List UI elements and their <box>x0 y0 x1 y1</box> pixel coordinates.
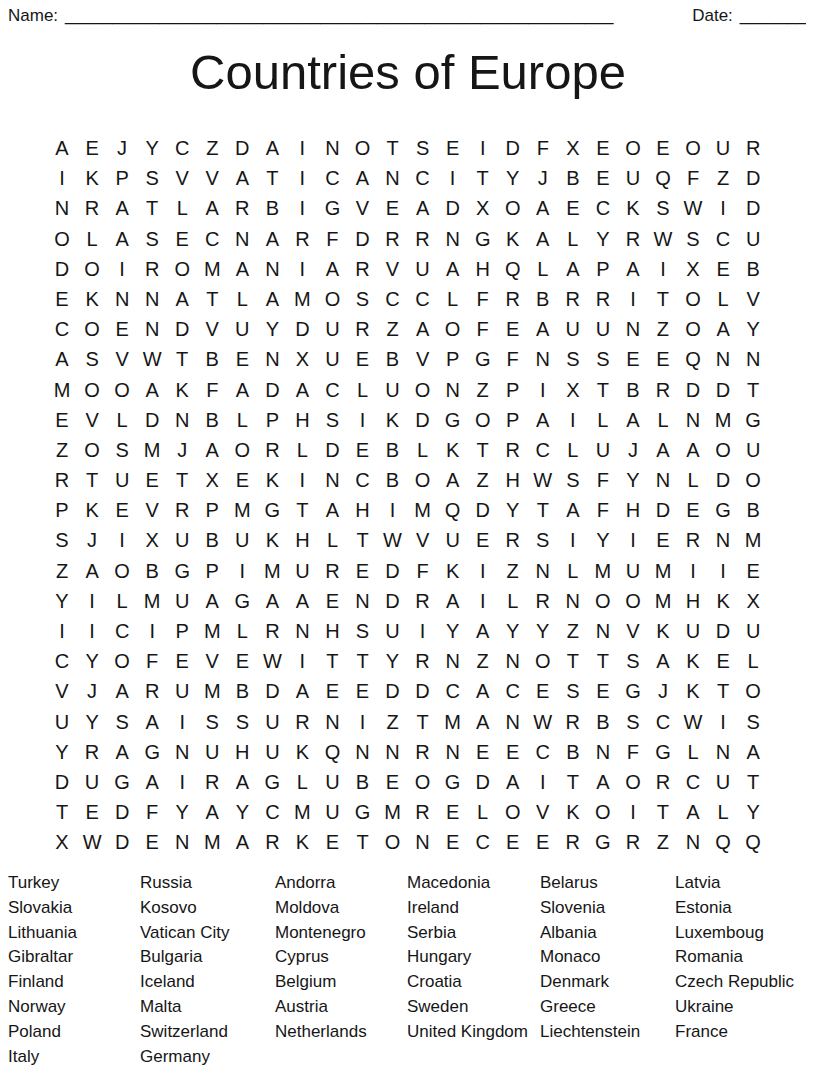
grid-cell-r3c6[interactable]: A <box>197 193 227 223</box>
grid-cell-r23c6[interactable]: A <box>197 797 227 827</box>
grid-cell-r14c15[interactable]: E <box>468 525 498 555</box>
grid-cell-r10c1[interactable]: E <box>47 405 77 435</box>
grid-cell-r17c22[interactable]: U <box>678 616 708 646</box>
grid-cell-r4c3[interactable]: A <box>107 224 137 254</box>
grid-cell-r8c11[interactable]: E <box>347 344 377 374</box>
grid-cell-r15c22[interactable]: I <box>678 556 708 586</box>
grid-cell-r24c6[interactable]: M <box>197 827 227 857</box>
grid-cell-r17c24[interactable]: U <box>738 616 768 646</box>
grid-cell-r7c7[interactable]: U <box>227 314 257 344</box>
grid-cell-r2c12[interactable]: N <box>378 163 408 193</box>
grid-cell-r16c22[interactable]: H <box>678 586 708 616</box>
grid-cell-r9c15[interactable]: Z <box>468 375 498 405</box>
grid-cell-r5c7[interactable]: A <box>227 254 257 284</box>
grid-cell-r16c21[interactable]: M <box>648 586 678 616</box>
grid-cell-r21c12[interactable]: N <box>378 737 408 767</box>
grid-cell-r18c22[interactable]: K <box>678 646 708 676</box>
grid-cell-r10c3[interactable]: L <box>107 405 137 435</box>
grid-cell-r11c7[interactable]: O <box>227 435 257 465</box>
grid-cell-r15c20[interactable]: U <box>618 556 648 586</box>
grid-cell-r13c7[interactable]: M <box>227 495 257 525</box>
grid-cell-r17c3[interactable]: C <box>107 616 137 646</box>
grid-cell-r21c24[interactable]: A <box>738 737 768 767</box>
grid-cell-r22c13[interactable]: O <box>408 767 438 797</box>
grid-cell-r4c20[interactable]: R <box>618 224 648 254</box>
grid-cell-r23c23[interactable]: L <box>708 797 738 827</box>
grid-cell-r17c23[interactable]: D <box>708 616 738 646</box>
grid-cell-r24c11[interactable]: T <box>347 827 377 857</box>
grid-cell-r13c10[interactable]: A <box>317 495 347 525</box>
grid-cell-r3c5[interactable]: L <box>167 193 197 223</box>
grid-cell-r22c4[interactable]: A <box>137 767 167 797</box>
grid-cell-r16c14[interactable]: A <box>438 586 468 616</box>
grid-cell-r19c2[interactable]: J <box>77 676 107 706</box>
grid-cell-r15c11[interactable]: E <box>347 556 377 586</box>
grid-cell-r6c23[interactable]: L <box>708 284 738 314</box>
grid-cell-r1c20[interactable]: O <box>618 133 648 163</box>
grid-cell-r11c21[interactable]: A <box>648 435 678 465</box>
grid-cell-r14c17[interactable]: S <box>528 525 558 555</box>
grid-cell-r2c23[interactable]: Z <box>708 163 738 193</box>
grid-cell-r7c6[interactable]: V <box>197 314 227 344</box>
grid-cell-r23c20[interactable]: I <box>618 797 648 827</box>
grid-cell-r6c17[interactable]: B <box>528 284 558 314</box>
grid-cell-r14c7[interactable]: U <box>227 525 257 555</box>
grid-cell-r5c19[interactable]: P <box>588 254 618 284</box>
grid-cell-r5c17[interactable]: L <box>528 254 558 284</box>
grid-cell-r23c22[interactable]: A <box>678 797 708 827</box>
grid-cell-r13c19[interactable]: F <box>588 495 618 525</box>
grid-cell-r6c12[interactable]: C <box>378 284 408 314</box>
grid-cell-r21c21[interactable]: G <box>648 737 678 767</box>
grid-cell-r20c5[interactable]: I <box>167 707 197 737</box>
grid-cell-r6c16[interactable]: R <box>498 284 528 314</box>
grid-cell-r11c18[interactable]: L <box>558 435 588 465</box>
grid-cell-r5c8[interactable]: N <box>257 254 287 284</box>
grid-cell-r5c14[interactable]: A <box>438 254 468 284</box>
grid-cell-r22c6[interactable]: R <box>197 767 227 797</box>
grid-cell-r12c5[interactable]: T <box>167 465 197 495</box>
grid-cell-r13c11[interactable]: H <box>347 495 377 525</box>
grid-cell-r22c20[interactable]: O <box>618 767 648 797</box>
grid-cell-r12c6[interactable]: X <box>197 465 227 495</box>
grid-cell-r14c6[interactable]: B <box>197 525 227 555</box>
grid-cell-r23c3[interactable]: D <box>107 797 137 827</box>
grid-cell-r4c21[interactable]: W <box>648 224 678 254</box>
grid-cell-r16c24[interactable]: X <box>738 586 768 616</box>
grid-cell-r22c7[interactable]: A <box>227 767 257 797</box>
grid-cell-r14c11[interactable]: T <box>347 525 377 555</box>
grid-cell-r1c14[interactable]: E <box>438 133 468 163</box>
grid-cell-r1c5[interactable]: C <box>167 133 197 163</box>
grid-cell-r9c11[interactable]: L <box>347 375 377 405</box>
grid-cell-r9c4[interactable]: A <box>137 375 167 405</box>
grid-cell-r16c12[interactable]: D <box>378 586 408 616</box>
grid-cell-r20c12[interactable]: Z <box>378 707 408 737</box>
grid-cell-r11c9[interactable]: L <box>287 435 317 465</box>
grid-cell-r12c8[interactable]: K <box>257 465 287 495</box>
grid-cell-r19c23[interactable]: T <box>708 676 738 706</box>
grid-cell-r1c18[interactable]: X <box>558 133 588 163</box>
grid-cell-r18c24[interactable]: L <box>738 646 768 676</box>
grid-cell-r14c22[interactable]: R <box>678 525 708 555</box>
grid-cell-r11c14[interactable]: K <box>438 435 468 465</box>
grid-cell-r3c2[interactable]: R <box>77 193 107 223</box>
grid-cell-r11c19[interactable]: U <box>588 435 618 465</box>
grid-cell-r21c5[interactable]: N <box>167 737 197 767</box>
grid-cell-r18c19[interactable]: T <box>588 646 618 676</box>
grid-cell-r23c9[interactable]: M <box>287 797 317 827</box>
grid-cell-r13c16[interactable]: Y <box>498 495 528 525</box>
grid-cell-r19c21[interactable]: J <box>648 676 678 706</box>
grid-cell-r2c21[interactable]: Q <box>648 163 678 193</box>
grid-cell-r21c8[interactable]: U <box>257 737 287 767</box>
grid-cell-r7c24[interactable]: Y <box>738 314 768 344</box>
grid-cell-r10c2[interactable]: V <box>77 405 107 435</box>
grid-cell-r8c21[interactable]: E <box>648 344 678 374</box>
grid-cell-r10c6[interactable]: B <box>197 405 227 435</box>
grid-cell-r6c10[interactable]: O <box>317 284 347 314</box>
grid-cell-r11c24[interactable]: U <box>738 435 768 465</box>
grid-cell-r18c13[interactable]: R <box>408 646 438 676</box>
grid-cell-r8c17[interactable]: N <box>528 344 558 374</box>
grid-cell-r18c6[interactable]: V <box>197 646 227 676</box>
grid-cell-r5c12[interactable]: V <box>378 254 408 284</box>
grid-cell-r4c15[interactable]: G <box>468 224 498 254</box>
grid-cell-r24c5[interactable]: N <box>167 827 197 857</box>
grid-cell-r16c10[interactable]: E <box>317 586 347 616</box>
grid-cell-r13c12[interactable]: I <box>378 495 408 525</box>
grid-cell-r16c13[interactable]: R <box>408 586 438 616</box>
grid-cell-r19c1[interactable]: V <box>47 676 77 706</box>
grid-cell-r14c20[interactable]: I <box>618 525 648 555</box>
grid-cell-r4c1[interactable]: O <box>47 224 77 254</box>
grid-cell-r23c5[interactable]: Y <box>167 797 197 827</box>
grid-cell-r1c9[interactable]: I <box>287 133 317 163</box>
grid-cell-r3c4[interactable]: T <box>137 193 167 223</box>
grid-cell-r24c8[interactable]: R <box>257 827 287 857</box>
grid-cell-r14c10[interactable]: L <box>317 525 347 555</box>
grid-cell-r24c7[interactable]: A <box>227 827 257 857</box>
grid-cell-r15c19[interactable]: M <box>588 556 618 586</box>
grid-cell-r19c7[interactable]: B <box>227 676 257 706</box>
grid-cell-r8c2[interactable]: S <box>77 344 107 374</box>
grid-cell-r2c6[interactable]: V <box>197 163 227 193</box>
grid-cell-r12c2[interactable]: T <box>77 465 107 495</box>
grid-cell-r4c10[interactable]: F <box>317 224 347 254</box>
grid-cell-r4c6[interactable]: C <box>197 224 227 254</box>
grid-cell-r9c7[interactable]: A <box>227 375 257 405</box>
grid-cell-r6c8[interactable]: A <box>257 284 287 314</box>
grid-cell-r6c5[interactable]: A <box>167 284 197 314</box>
grid-cell-r13c2[interactable]: K <box>77 495 107 525</box>
grid-cell-r7c14[interactable]: O <box>438 314 468 344</box>
grid-cell-r8c24[interactable]: N <box>738 344 768 374</box>
grid-cell-r18c18[interactable]: T <box>558 646 588 676</box>
grid-cell-r16c7[interactable]: G <box>227 586 257 616</box>
grid-cell-r23c24[interactable]: Y <box>738 797 768 827</box>
grid-cell-r12c17[interactable]: W <box>528 465 558 495</box>
grid-cell-r19c9[interactable]: A <box>287 676 317 706</box>
grid-cell-r5c18[interactable]: A <box>558 254 588 284</box>
grid-cell-r11c4[interactable]: M <box>137 435 167 465</box>
grid-cell-r3c14[interactable]: D <box>438 193 468 223</box>
grid-cell-r6c22[interactable]: O <box>678 284 708 314</box>
grid-cell-r14c21[interactable]: E <box>648 525 678 555</box>
grid-cell-r12c18[interactable]: S <box>558 465 588 495</box>
grid-cell-r14c9[interactable]: H <box>287 525 317 555</box>
grid-cell-r3c12[interactable]: E <box>378 193 408 223</box>
grid-cell-r24c1[interactable]: X <box>47 827 77 857</box>
grid-cell-r10c19[interactable]: L <box>588 405 618 435</box>
grid-cell-r2c14[interactable]: I <box>438 163 468 193</box>
grid-cell-r1c2[interactable]: E <box>77 133 107 163</box>
grid-cell-r22c23[interactable]: U <box>708 767 738 797</box>
grid-cell-r10c24[interactable]: G <box>738 405 768 435</box>
grid-cell-r16c6[interactable]: A <box>197 586 227 616</box>
grid-cell-r8c15[interactable]: G <box>468 344 498 374</box>
grid-cell-r6c7[interactable]: L <box>227 284 257 314</box>
grid-cell-r13c13[interactable]: M <box>408 495 438 525</box>
grid-cell-r6c24[interactable]: V <box>738 284 768 314</box>
grid-cell-r23c8[interactable]: C <box>257 797 287 827</box>
grid-cell-r23c10[interactable]: U <box>317 797 347 827</box>
grid-cell-r2c20[interactable]: U <box>618 163 648 193</box>
grid-cell-r3c20[interactable]: K <box>618 193 648 223</box>
grid-cell-r10c7[interactable]: L <box>227 405 257 435</box>
grid-cell-r19c6[interactable]: M <box>197 676 227 706</box>
grid-cell-r13c15[interactable]: D <box>468 495 498 525</box>
grid-cell-r6c13[interactable]: C <box>408 284 438 314</box>
grid-cell-r10c20[interactable]: A <box>618 405 648 435</box>
grid-cell-r15c12[interactable]: D <box>378 556 408 586</box>
grid-cell-r11c16[interactable]: R <box>498 435 528 465</box>
grid-cell-r19c16[interactable]: C <box>498 676 528 706</box>
grid-cell-r2c9[interactable]: I <box>287 163 317 193</box>
grid-cell-r4c2[interactable]: L <box>77 224 107 254</box>
grid-cell-r15c7[interactable]: I <box>227 556 257 586</box>
grid-cell-r24c18[interactable]: R <box>558 827 588 857</box>
grid-cell-r9c12[interactable]: U <box>378 375 408 405</box>
grid-cell-r12c7[interactable]: E <box>227 465 257 495</box>
grid-cell-r14c3[interactable]: I <box>107 525 137 555</box>
grid-cell-r2c7[interactable]: A <box>227 163 257 193</box>
grid-cell-r5c22[interactable]: X <box>678 254 708 284</box>
grid-cell-r10c15[interactable]: O <box>468 405 498 435</box>
grid-cell-r5c11[interactable]: R <box>347 254 377 284</box>
grid-cell-r9c16[interactable]: P <box>498 375 528 405</box>
grid-cell-r15c8[interactable]: M <box>257 556 287 586</box>
grid-cell-r21c18[interactable]: B <box>558 737 588 767</box>
grid-cell-r10c22[interactable]: N <box>678 405 708 435</box>
grid-cell-r2c18[interactable]: B <box>558 163 588 193</box>
grid-cell-r14c8[interactable]: K <box>257 525 287 555</box>
grid-cell-r22c24[interactable]: T <box>738 767 768 797</box>
grid-cell-r7c13[interactable]: A <box>408 314 438 344</box>
grid-cell-r1c12[interactable]: T <box>378 133 408 163</box>
grid-cell-r11c3[interactable]: S <box>107 435 137 465</box>
grid-cell-r9c2[interactable]: O <box>77 375 107 405</box>
grid-cell-r3c19[interactable]: C <box>588 193 618 223</box>
grid-cell-r15c10[interactable]: R <box>317 556 347 586</box>
grid-cell-r24c19[interactable]: G <box>588 827 618 857</box>
grid-cell-r12c9[interactable]: I <box>287 465 317 495</box>
grid-cell-r16c23[interactable]: K <box>708 586 738 616</box>
grid-cell-r13c3[interactable]: E <box>107 495 137 525</box>
grid-cell-r13c23[interactable]: G <box>708 495 738 525</box>
grid-cell-r5c20[interactable]: A <box>618 254 648 284</box>
grid-cell-r4c17[interactable]: A <box>528 224 558 254</box>
grid-cell-r18c1[interactable]: C <box>47 646 77 676</box>
grid-cell-r23c18[interactable]: K <box>558 797 588 827</box>
grid-cell-r6c4[interactable]: N <box>137 284 167 314</box>
grid-cell-r8c14[interactable]: P <box>438 344 468 374</box>
grid-cell-r14c5[interactable]: U <box>167 525 197 555</box>
grid-cell-r2c3[interactable]: P <box>107 163 137 193</box>
grid-cell-r4c11[interactable]: D <box>347 224 377 254</box>
grid-cell-r4c22[interactable]: S <box>678 224 708 254</box>
grid-cell-r1c3[interactable]: J <box>107 133 137 163</box>
grid-cell-r4c14[interactable]: N <box>438 224 468 254</box>
grid-cell-r22c18[interactable]: T <box>558 767 588 797</box>
grid-cell-r18c8[interactable]: W <box>257 646 287 676</box>
grid-cell-r11c13[interactable]: L <box>408 435 438 465</box>
grid-cell-r2c16[interactable]: Y <box>498 163 528 193</box>
grid-cell-r13c1[interactable]: P <box>47 495 77 525</box>
grid-cell-r3c22[interactable]: W <box>678 193 708 223</box>
grid-cell-r13c8[interactable]: G <box>257 495 287 525</box>
grid-cell-r14c14[interactable]: U <box>438 525 468 555</box>
grid-cell-r11c15[interactable]: T <box>468 435 498 465</box>
grid-cell-r13c17[interactable]: T <box>528 495 558 525</box>
grid-cell-r14c18[interactable]: I <box>558 525 588 555</box>
grid-cell-r15c1[interactable]: Z <box>47 556 77 586</box>
grid-cell-r15c6[interactable]: P <box>197 556 227 586</box>
grid-cell-r13c6[interactable]: P <box>197 495 227 525</box>
grid-cell-r8c22[interactable]: Q <box>678 344 708 374</box>
grid-cell-r17c17[interactable]: Y <box>528 616 558 646</box>
grid-cell-r4c13[interactable]: R <box>408 224 438 254</box>
grid-cell-r11c17[interactable]: C <box>528 435 558 465</box>
grid-cell-r9c24[interactable]: T <box>738 375 768 405</box>
grid-cell-r19c22[interactable]: K <box>678 676 708 706</box>
grid-cell-r23c19[interactable]: O <box>588 797 618 827</box>
grid-cell-r8c20[interactable]: E <box>618 344 648 374</box>
grid-cell-r19c20[interactable]: G <box>618 676 648 706</box>
grid-cell-r19c3[interactable]: A <box>107 676 137 706</box>
grid-cell-r1c21[interactable]: E <box>648 133 678 163</box>
grid-cell-r17c7[interactable]: L <box>227 616 257 646</box>
grid-cell-r4c16[interactable]: K <box>498 224 528 254</box>
grid-cell-r23c15[interactable]: L <box>468 797 498 827</box>
grid-cell-r7c23[interactable]: A <box>708 314 738 344</box>
grid-cell-r12c23[interactable]: D <box>708 465 738 495</box>
grid-cell-r4c23[interactable]: C <box>708 224 738 254</box>
grid-cell-r21c9[interactable]: K <box>287 737 317 767</box>
grid-cell-r21c23[interactable]: N <box>708 737 738 767</box>
grid-cell-r6c18[interactable]: R <box>558 284 588 314</box>
grid-cell-r14c23[interactable]: N <box>708 525 738 555</box>
grid-cell-r19c4[interactable]: R <box>137 676 167 706</box>
grid-cell-r12c4[interactable]: E <box>137 465 167 495</box>
grid-cell-r23c21[interactable]: T <box>648 797 678 827</box>
grid-cell-r22c15[interactable]: D <box>468 767 498 797</box>
grid-cell-r14c24[interactable]: M <box>738 525 768 555</box>
grid-cell-r18c15[interactable]: Z <box>468 646 498 676</box>
grid-cell-r19c10[interactable]: E <box>317 676 347 706</box>
grid-cell-r1c23[interactable]: U <box>708 133 738 163</box>
grid-cell-r8c4[interactable]: W <box>137 344 167 374</box>
grid-cell-r11c2[interactable]: O <box>77 435 107 465</box>
grid-cell-r6c21[interactable]: T <box>648 284 678 314</box>
grid-cell-r21c14[interactable]: N <box>438 737 468 767</box>
grid-cell-r2c17[interactable]: J <box>528 163 558 193</box>
grid-cell-r20c18[interactable]: R <box>558 707 588 737</box>
grid-cell-r21c17[interactable]: C <box>528 737 558 767</box>
grid-cell-r12c15[interactable]: Z <box>468 465 498 495</box>
grid-cell-r17c10[interactable]: H <box>317 616 347 646</box>
grid-cell-r17c2[interactable]: I <box>77 616 107 646</box>
grid-cell-r2c13[interactable]: C <box>408 163 438 193</box>
grid-cell-r5c15[interactable]: H <box>468 254 498 284</box>
grid-cell-r7c12[interactable]: Z <box>378 314 408 344</box>
grid-cell-r5c3[interactable]: I <box>107 254 137 284</box>
grid-cell-r18c14[interactable]: N <box>438 646 468 676</box>
grid-cell-r2c4[interactable]: S <box>137 163 167 193</box>
grid-cell-r21c16[interactable]: E <box>498 737 528 767</box>
grid-cell-r20c17[interactable]: W <box>528 707 558 737</box>
grid-cell-r23c7[interactable]: Y <box>227 797 257 827</box>
grid-cell-r18c7[interactable]: E <box>227 646 257 676</box>
grid-cell-r10c4[interactable]: D <box>137 405 167 435</box>
grid-cell-r12c16[interactable]: H <box>498 465 528 495</box>
grid-cell-r21c1[interactable]: Y <box>47 737 77 767</box>
grid-cell-r5c9[interactable]: I <box>287 254 317 284</box>
grid-cell-r4c18[interactable]: L <box>558 224 588 254</box>
grid-cell-r18c21[interactable]: A <box>648 646 678 676</box>
grid-cell-r22c1[interactable]: D <box>47 767 77 797</box>
grid-cell-r21c3[interactable]: A <box>107 737 137 767</box>
grid-cell-r9c13[interactable]: O <box>408 375 438 405</box>
grid-cell-r20c14[interactable]: M <box>438 707 468 737</box>
grid-cell-r12c24[interactable]: O <box>738 465 768 495</box>
grid-cell-r20c11[interactable]: I <box>347 707 377 737</box>
grid-cell-r5c2[interactable]: O <box>77 254 107 284</box>
grid-cell-r22c2[interactable]: U <box>77 767 107 797</box>
grid-cell-r11c22[interactable]: A <box>678 435 708 465</box>
grid-cell-r4c19[interactable]: Y <box>588 224 618 254</box>
grid-cell-r17c11[interactable]: S <box>347 616 377 646</box>
grid-cell-r10c21[interactable]: L <box>648 405 678 435</box>
grid-cell-r9c6[interactable]: F <box>197 375 227 405</box>
grid-cell-r18c17[interactable]: O <box>528 646 558 676</box>
grid-cell-r9c5[interactable]: K <box>167 375 197 405</box>
grid-cell-r18c2[interactable]: Y <box>77 646 107 676</box>
grid-cell-r11c23[interactable]: O <box>708 435 738 465</box>
grid-cell-r16c8[interactable]: A <box>257 586 287 616</box>
grid-cell-r12c19[interactable]: F <box>588 465 618 495</box>
grid-cell-r1c16[interactable]: D <box>498 133 528 163</box>
grid-cell-r5c4[interactable]: R <box>137 254 167 284</box>
grid-cell-r9c23[interactable]: D <box>708 375 738 405</box>
grid-cell-r19c14[interactable]: C <box>438 676 468 706</box>
grid-cell-r1c24[interactable]: R <box>738 133 768 163</box>
grid-cell-r11c5[interactable]: J <box>167 435 197 465</box>
grid-cell-r13c14[interactable]: Q <box>438 495 468 525</box>
grid-cell-r1c17[interactable]: F <box>528 133 558 163</box>
grid-cell-r22c14[interactable]: G <box>438 767 468 797</box>
grid-cell-r10c12[interactable]: K <box>378 405 408 435</box>
